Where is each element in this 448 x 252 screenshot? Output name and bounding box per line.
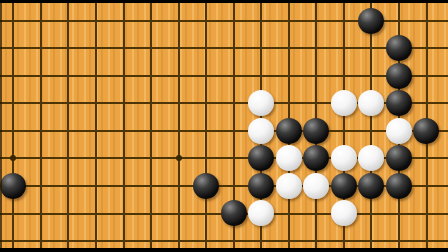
empty-intersection[interactable] xyxy=(192,200,220,228)
black-stone xyxy=(358,173,384,199)
occupied-intersection xyxy=(385,172,413,200)
empty-intersection[interactable] xyxy=(0,145,27,173)
empty-intersection[interactable] xyxy=(330,117,358,145)
occupied-intersection xyxy=(247,117,275,145)
empty-intersection[interactable] xyxy=(110,34,138,62)
occupied-intersection xyxy=(358,7,386,35)
black-stone xyxy=(248,145,274,171)
empty-intersection[interactable] xyxy=(413,200,441,228)
empty-intersection[interactable] xyxy=(82,7,110,35)
board-left-edge-shadow xyxy=(0,3,2,248)
empty-intersection[interactable] xyxy=(110,90,138,118)
black-stone xyxy=(303,145,329,171)
black-stone xyxy=(193,173,219,199)
empty-intersection[interactable] xyxy=(413,34,441,62)
black-stone xyxy=(221,200,247,226)
occupied-intersection xyxy=(247,90,275,118)
empty-intersection[interactable] xyxy=(27,90,55,118)
empty-intersection[interactable] xyxy=(385,227,413,248)
occupied-intersection xyxy=(385,62,413,90)
occupied-intersection xyxy=(247,172,275,200)
empty-intersection[interactable] xyxy=(165,34,193,62)
empty-intersection[interactable] xyxy=(413,145,441,173)
black-stone xyxy=(386,145,412,171)
black-stone xyxy=(276,118,302,144)
empty-intersection[interactable] xyxy=(275,200,303,228)
empty-intersection[interactable] xyxy=(137,172,165,200)
black-stone xyxy=(358,8,384,34)
empty-intersection[interactable] xyxy=(165,7,193,35)
empty-intersection[interactable] xyxy=(220,7,248,35)
white-stone xyxy=(276,173,302,199)
white-stone xyxy=(331,90,357,116)
white-stone xyxy=(248,200,274,226)
empty-intersection[interactable] xyxy=(0,34,27,62)
occupied-intersection xyxy=(303,172,331,200)
empty-intersection[interactable] xyxy=(27,62,55,90)
empty-intersection[interactable] xyxy=(110,62,138,90)
white-stone xyxy=(358,145,384,171)
empty-intersection[interactable] xyxy=(0,62,27,90)
empty-intersection[interactable] xyxy=(358,227,386,248)
black-stone xyxy=(331,173,357,199)
empty-intersection[interactable] xyxy=(110,145,138,173)
empty-intersection[interactable] xyxy=(110,117,138,145)
empty-intersection[interactable] xyxy=(413,172,441,200)
empty-intersection[interactable] xyxy=(413,7,441,35)
empty-intersection[interactable] xyxy=(192,145,220,173)
black-stone xyxy=(0,173,26,199)
empty-intersection[interactable] xyxy=(165,145,193,173)
empty-intersection[interactable] xyxy=(0,7,27,35)
occupied-intersection xyxy=(358,172,386,200)
empty-intersection[interactable] xyxy=(55,90,83,118)
black-stone xyxy=(413,118,439,144)
empty-intersection[interactable] xyxy=(27,117,55,145)
empty-intersection[interactable] xyxy=(82,90,110,118)
empty-intersection[interactable] xyxy=(165,117,193,145)
empty-intersection[interactable] xyxy=(330,227,358,248)
empty-intersection[interactable] xyxy=(192,7,220,35)
empty-intersection[interactable] xyxy=(303,90,331,118)
occupied-intersection xyxy=(303,117,331,145)
empty-intersection[interactable] xyxy=(192,62,220,90)
empty-intersection[interactable] xyxy=(55,117,83,145)
empty-intersection[interactable] xyxy=(137,7,165,35)
empty-intersection[interactable] xyxy=(27,227,55,248)
empty-intersection[interactable] xyxy=(275,34,303,62)
empty-intersection[interactable] xyxy=(192,117,220,145)
empty-intersection[interactable] xyxy=(303,34,331,62)
occupied-intersection xyxy=(330,172,358,200)
empty-intersection[interactable] xyxy=(358,117,386,145)
empty-intersection[interactable] xyxy=(55,145,83,173)
empty-intersection[interactable] xyxy=(110,227,138,248)
occupied-intersection xyxy=(220,200,248,228)
empty-intersection[interactable] xyxy=(0,90,27,118)
empty-intersection[interactable] xyxy=(220,117,248,145)
occupied-intersection xyxy=(330,145,358,173)
occupied-intersection xyxy=(247,145,275,173)
occupied-intersection xyxy=(385,117,413,145)
empty-intersection[interactable] xyxy=(110,7,138,35)
occupied-intersection xyxy=(358,145,386,173)
empty-intersection[interactable] xyxy=(110,172,138,200)
empty-intersection[interactable] xyxy=(358,62,386,90)
empty-intersection[interactable] xyxy=(303,200,331,228)
empty-intersection[interactable] xyxy=(137,117,165,145)
empty-intersection[interactable] xyxy=(192,34,220,62)
empty-intersection[interactable] xyxy=(0,117,27,145)
empty-intersection[interactable] xyxy=(413,227,441,248)
empty-intersection[interactable] xyxy=(303,227,331,248)
occupied-intersection xyxy=(385,145,413,173)
black-stone xyxy=(248,173,274,199)
empty-intersection[interactable] xyxy=(137,227,165,248)
occupied-intersection xyxy=(247,200,275,228)
empty-intersection[interactable] xyxy=(220,145,248,173)
black-stone xyxy=(303,118,329,144)
empty-intersection[interactable] xyxy=(82,227,110,248)
empty-intersection[interactable] xyxy=(330,62,358,90)
empty-intersection[interactable] xyxy=(220,90,248,118)
empty-intersection[interactable] xyxy=(192,227,220,248)
occupied-intersection xyxy=(303,145,331,173)
empty-intersection[interactable] xyxy=(82,34,110,62)
white-stone xyxy=(303,173,329,199)
empty-intersection[interactable] xyxy=(247,7,275,35)
white-stone xyxy=(331,200,357,226)
empty-intersection[interactable] xyxy=(27,34,55,62)
empty-intersection[interactable] xyxy=(137,200,165,228)
empty-intersection[interactable] xyxy=(82,62,110,90)
letterbox-bottom-bar xyxy=(0,248,448,252)
occupied-intersection xyxy=(275,117,303,145)
empty-intersection[interactable] xyxy=(358,34,386,62)
empty-intersection[interactable] xyxy=(165,172,193,200)
empty-intersection[interactable] xyxy=(27,172,55,200)
occupied-intersection xyxy=(330,200,358,228)
occupied-intersection xyxy=(330,90,358,118)
empty-intersection[interactable] xyxy=(55,227,83,248)
empty-intersection[interactable] xyxy=(137,34,165,62)
empty-intersection[interactable] xyxy=(358,200,386,228)
empty-intersection[interactable] xyxy=(55,62,83,90)
empty-intersection[interactable] xyxy=(192,90,220,118)
black-stone xyxy=(386,63,412,89)
empty-intersection[interactable] xyxy=(82,145,110,173)
empty-intersection[interactable] xyxy=(82,200,110,228)
empty-intersection[interactable] xyxy=(275,62,303,90)
empty-intersection[interactable] xyxy=(247,34,275,62)
empty-intersection[interactable] xyxy=(247,227,275,248)
empty-intersection[interactable] xyxy=(82,117,110,145)
empty-intersection[interactable] xyxy=(220,34,248,62)
empty-intersection[interactable] xyxy=(330,34,358,62)
empty-intersection[interactable] xyxy=(275,7,303,35)
empty-intersection[interactable] xyxy=(330,7,358,35)
empty-intersection[interactable] xyxy=(413,62,441,90)
empty-intersection[interactable] xyxy=(220,62,248,90)
empty-intersection[interactable] xyxy=(110,200,138,228)
occupied-intersection xyxy=(0,172,27,200)
empty-intersection[interactable] xyxy=(385,7,413,35)
empty-intersection[interactable] xyxy=(165,227,193,248)
board-intersections xyxy=(0,7,440,248)
go-board[interactable] xyxy=(0,3,448,248)
empty-intersection[interactable] xyxy=(82,172,110,200)
empty-intersection[interactable] xyxy=(275,90,303,118)
empty-intersection[interactable] xyxy=(275,227,303,248)
empty-intersection[interactable] xyxy=(247,62,275,90)
occupied-intersection xyxy=(413,117,441,145)
white-stone xyxy=(248,90,274,116)
empty-intersection[interactable] xyxy=(413,90,441,118)
empty-intersection[interactable] xyxy=(55,34,83,62)
white-stone xyxy=(358,90,384,116)
empty-intersection[interactable] xyxy=(220,227,248,248)
empty-intersection[interactable] xyxy=(55,172,83,200)
empty-intersection[interactable] xyxy=(27,7,55,35)
empty-intersection[interactable] xyxy=(137,62,165,90)
white-stone xyxy=(248,118,274,144)
occupied-intersection xyxy=(275,145,303,173)
empty-intersection[interactable] xyxy=(303,62,331,90)
occupied-intersection xyxy=(192,172,220,200)
occupied-intersection xyxy=(358,90,386,118)
white-stone xyxy=(386,118,412,144)
empty-intersection[interactable] xyxy=(303,7,331,35)
empty-intersection[interactable] xyxy=(55,7,83,35)
empty-intersection[interactable] xyxy=(165,90,193,118)
empty-intersection[interactable] xyxy=(27,145,55,173)
empty-intersection[interactable] xyxy=(137,145,165,173)
empty-intersection[interactable] xyxy=(137,90,165,118)
black-stone xyxy=(386,90,412,116)
white-stone xyxy=(276,145,302,171)
black-stone xyxy=(386,173,412,199)
occupied-intersection xyxy=(275,172,303,200)
black-stone xyxy=(386,35,412,61)
white-stone xyxy=(331,145,357,171)
empty-intersection[interactable] xyxy=(385,200,413,228)
empty-intersection[interactable] xyxy=(27,200,55,228)
occupied-intersection xyxy=(385,34,413,62)
empty-intersection[interactable] xyxy=(55,200,83,228)
occupied-intersection xyxy=(385,90,413,118)
empty-intersection[interactable] xyxy=(0,200,27,228)
empty-intersection[interactable] xyxy=(165,200,193,228)
empty-intersection[interactable] xyxy=(220,172,248,200)
empty-intersection[interactable] xyxy=(165,62,193,90)
empty-intersection[interactable] xyxy=(0,227,27,248)
